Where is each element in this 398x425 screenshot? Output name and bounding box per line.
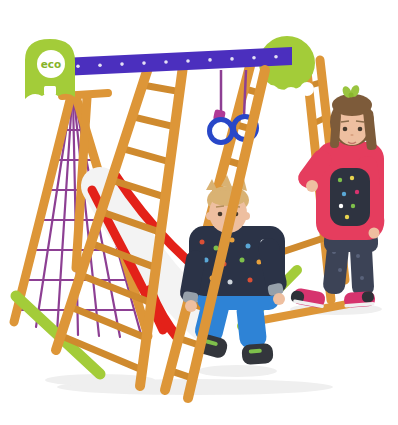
- girl-sneaker-right: [344, 291, 376, 308]
- eco-logo-text: eco: [41, 58, 62, 70]
- girl-head: [330, 84, 377, 150]
- top-beam: [62, 47, 292, 76]
- girl-standing: [290, 84, 386, 309]
- eco-logo-panel: eco: [25, 39, 75, 99]
- girl-sneaker-left: [290, 287, 326, 309]
- play-structure-scene: eco: [0, 0, 398, 425]
- boy-shoe-right: [241, 343, 273, 365]
- product-photo: eco: [0, 0, 398, 425]
